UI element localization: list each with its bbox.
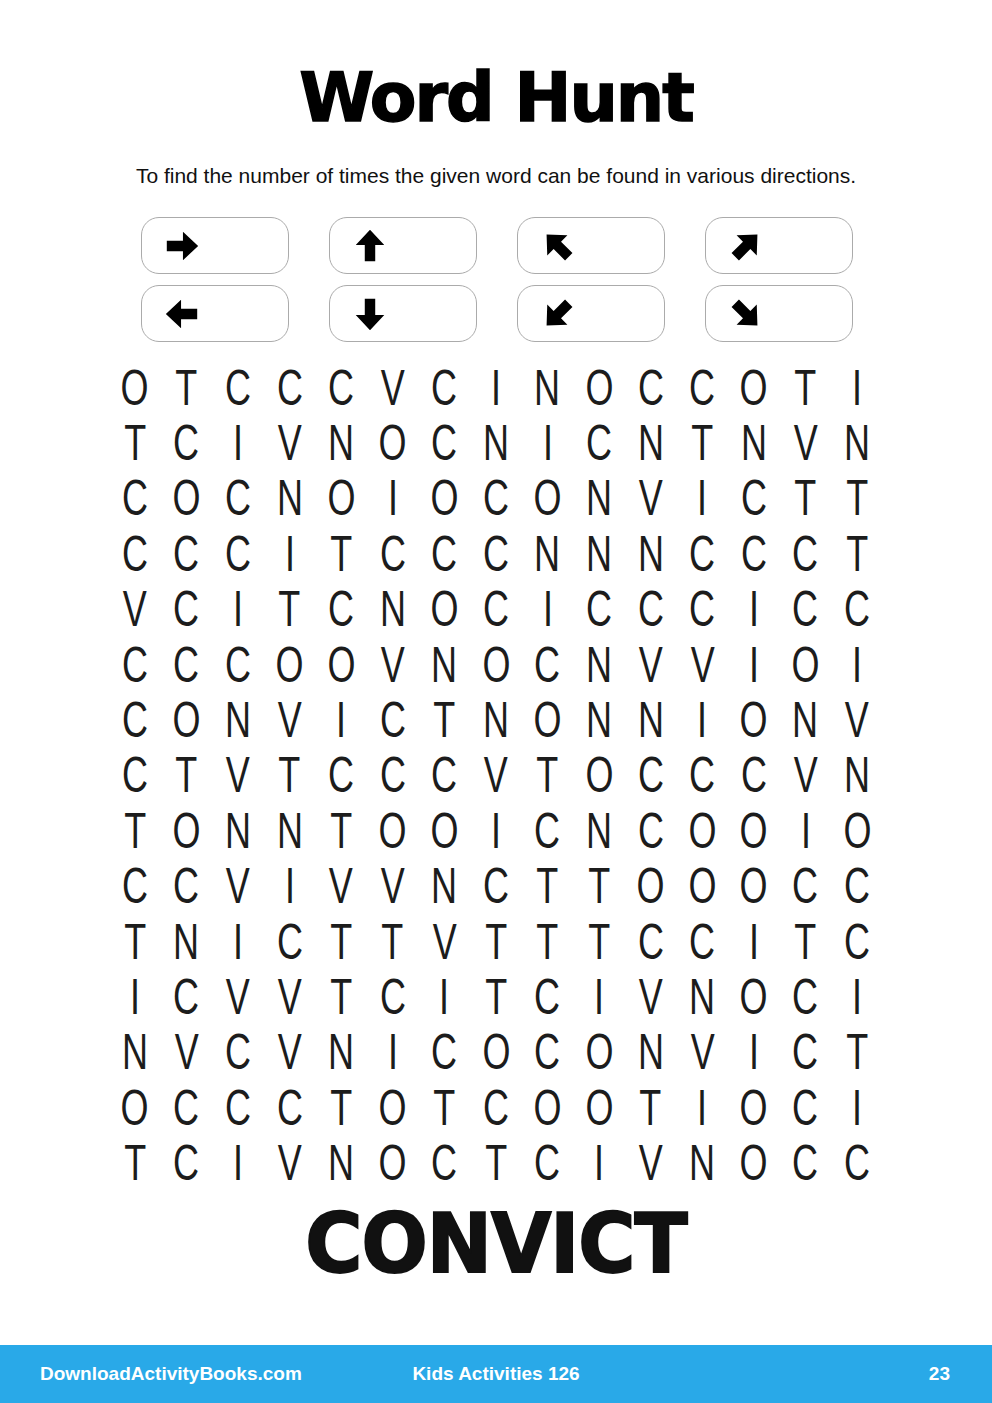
grid-letter: V — [484, 750, 508, 800]
grid-letter: N — [586, 529, 612, 579]
grid-letter: O — [172, 473, 200, 523]
grid-cell-r13c3[interactable]: C — [212, 1025, 264, 1080]
grid-letter: C — [483, 584, 509, 634]
grid-cell-r4c3[interactable]: C — [212, 526, 264, 581]
grid-cell-r2c3[interactable]: I — [212, 415, 264, 470]
grid-cell-r8c11[interactable]: C — [625, 748, 677, 803]
grid-cell-r5c7[interactable]: O — [419, 582, 471, 637]
grid-cell-r4c7[interactable]: C — [419, 526, 471, 581]
grid-cell-r10c3[interactable]: V — [212, 859, 264, 914]
grid-letter: T — [640, 1083, 662, 1133]
grid-letter: C — [380, 529, 406, 579]
grid-letter: O — [379, 1083, 407, 1133]
grid-cell-r6c11[interactable]: V — [625, 637, 677, 692]
grid-cell-r14c3[interactable]: C — [212, 1080, 264, 1135]
grid-cell-r5c6[interactable]: N — [367, 582, 419, 637]
grid-cell-r1c8[interactable]: I — [470, 360, 522, 415]
grid-cell-r12c14[interactable]: C — [780, 969, 832, 1024]
grid-cell-r2c7[interactable]: C — [419, 415, 471, 470]
grid-letter: C — [793, 1027, 819, 1077]
grid-cell-r7c2[interactable]: O — [161, 692, 213, 747]
grid-cell-r6c3[interactable]: C — [212, 637, 264, 692]
grid-cell-r6c12[interactable]: V — [677, 637, 729, 692]
grid-cell-r9c12[interactable]: O — [677, 803, 729, 858]
grid-letter: C — [431, 363, 457, 413]
grid-cell-r14c4[interactable]: C — [264, 1080, 316, 1135]
grid-letter: N — [431, 861, 457, 911]
grid-cell-r12c1[interactable]: I — [109, 969, 161, 1024]
grid-cell-r3c14[interactable]: T — [780, 471, 832, 526]
grid-cell-r3c3[interactable]: C — [212, 471, 264, 526]
grid-cell-r3c10[interactable]: N — [573, 471, 625, 526]
grid-cell-r6c15[interactable]: I — [831, 637, 883, 692]
grid-letter: V — [639, 1138, 663, 1188]
grid-cell-r14c9[interactable]: O — [522, 1080, 574, 1135]
grid-cell-r6c7[interactable]: N — [419, 637, 471, 692]
grid-cell-r9c13[interactable]: O — [728, 803, 780, 858]
grid-cell-r9c4[interactable]: N — [264, 803, 316, 858]
grid-letter: I — [233, 418, 243, 468]
grid-cell-r10c13[interactable]: O — [728, 859, 780, 914]
grid-cell-r4c13[interactable]: C — [728, 526, 780, 581]
grid-cell-r5c3[interactable]: I — [212, 582, 264, 637]
grid-cell-r2c1[interactable]: T — [109, 415, 161, 470]
grid-letter: N — [844, 750, 870, 800]
grid-cell-r7c3[interactable]: N — [212, 692, 264, 747]
grid-cell-r3c6[interactable]: I — [367, 471, 419, 526]
grid-cell-r8c4[interactable]: T — [264, 748, 316, 803]
grid-cell-r13c8[interactable]: O — [470, 1025, 522, 1080]
grid-cell-r1c5[interactable]: C — [315, 360, 367, 415]
grid-cell-r11c3[interactable]: I — [212, 914, 264, 969]
grid-cell-r11c5[interactable]: T — [315, 914, 367, 969]
grid-cell-r4c10[interactable]: N — [573, 526, 625, 581]
grid-letter: C — [431, 750, 457, 800]
grid-cell-r7c9[interactable]: O — [522, 692, 574, 747]
grid-cell-r6c5[interactable]: O — [315, 637, 367, 692]
grid-cell-r11c7[interactable]: V — [419, 914, 471, 969]
grid-cell-r4c8[interactable]: C — [470, 526, 522, 581]
grid-cell-r8c9[interactable]: T — [522, 748, 574, 803]
grid-cell-r13c4[interactable]: V — [264, 1025, 316, 1080]
grid-cell-r3c13[interactable]: C — [728, 471, 780, 526]
grid-cell-r8c15[interactable]: N — [831, 748, 883, 803]
grid-letter: V — [793, 750, 817, 800]
grid-cell-r14c14[interactable]: C — [780, 1080, 832, 1135]
grid-cell-r13c11[interactable]: N — [625, 1025, 677, 1080]
grid-cell-r6c4[interactable]: O — [264, 637, 316, 692]
grid-cell-r10c9[interactable]: T — [522, 859, 574, 914]
grid-cell-r7c11[interactable]: N — [625, 692, 677, 747]
grid-letter: C — [431, 418, 457, 468]
grid-cell-r13c12[interactable]: V — [677, 1025, 729, 1080]
grid-cell-r9c15[interactable]: O — [831, 803, 883, 858]
grid-cell-r11c1[interactable]: T — [109, 914, 161, 969]
grid-letter: I — [852, 640, 862, 690]
grid-cell-r8c5[interactable]: C — [315, 748, 367, 803]
grid-cell-r10c5[interactable]: V — [315, 859, 367, 914]
grid-cell-r4c2[interactable]: C — [161, 526, 213, 581]
grid-cell-r5c9[interactable]: I — [522, 582, 574, 637]
grid-cell-r12c3[interactable]: V — [212, 969, 264, 1024]
grid-cell-r10c4[interactable]: I — [264, 859, 316, 914]
grid-cell-r7c7[interactable]: T — [419, 692, 471, 747]
up-arrow-icon — [351, 227, 389, 265]
grid-cell-r8c10[interactable]: O — [573, 748, 625, 803]
grid-cell-r2c8[interactable]: N — [470, 415, 522, 470]
grid-cell-r2c10[interactable]: C — [573, 415, 625, 470]
grid-cell-r11c13[interactable]: I — [728, 914, 780, 969]
grid-cell-r6c10[interactable]: N — [573, 637, 625, 692]
grid-cell-r11c14[interactable]: T — [780, 914, 832, 969]
grid-cell-r2c2[interactable]: C — [161, 415, 213, 470]
grid-letter: C — [844, 1138, 870, 1188]
grid-letter: C — [535, 806, 561, 856]
grid-cell-r15c14[interactable]: C — [780, 1135, 832, 1190]
grid-cell-r14c2[interactable]: C — [161, 1080, 213, 1135]
grid-cell-r7c15[interactable]: V — [831, 692, 883, 747]
direction-button-down[interactable] — [329, 285, 477, 342]
grid-cell-r2c14[interactable]: V — [780, 415, 832, 470]
grid-cell-r3c1[interactable]: C — [109, 471, 161, 526]
grid-cell-r6c9[interactable]: C — [522, 637, 574, 692]
grid-cell-r11c8[interactable]: T — [470, 914, 522, 969]
grid-cell-r1c10[interactable]: O — [573, 360, 625, 415]
grid-letter: C — [586, 418, 612, 468]
grid-cell-r9c10[interactable]: N — [573, 803, 625, 858]
grid-cell-r4c14[interactable]: C — [780, 526, 832, 581]
grid-letter: C — [535, 640, 561, 690]
grid-cell-r9c8[interactable]: I — [470, 803, 522, 858]
grid-cell-r1c3[interactable]: C — [212, 360, 264, 415]
grid-cell-r1c14[interactable]: T — [780, 360, 832, 415]
direction-button-up-left[interactable] — [517, 217, 665, 274]
grid-cell-r15c2[interactable]: C — [161, 1135, 213, 1190]
grid-cell-r15c11[interactable]: V — [625, 1135, 677, 1190]
grid-cell-r8c14[interactable]: V — [780, 748, 832, 803]
grid-letter: I — [749, 640, 759, 690]
grid-cell-r3c15[interactable]: T — [831, 471, 883, 526]
grid-letter: T — [795, 363, 817, 413]
grid-cell-r11c15[interactable]: C — [831, 914, 883, 969]
grid-cell-r14c8[interactable]: C — [470, 1080, 522, 1135]
grid-cell-r11c2[interactable]: N — [161, 914, 213, 969]
grid-cell-r12c13[interactable]: O — [728, 969, 780, 1024]
grid-cell-r11c6[interactable]: T — [367, 914, 419, 969]
grid-cell-r6c13[interactable]: I — [728, 637, 780, 692]
grid-cell-r15c9[interactable]: C — [522, 1135, 574, 1190]
grid-cell-r2c4[interactable]: V — [264, 415, 316, 470]
grid-cell-r2c6[interactable]: O — [367, 415, 419, 470]
grid-cell-r6c14[interactable]: O — [780, 637, 832, 692]
grid-cell-r13c1[interactable]: N — [109, 1025, 161, 1080]
grid-letter: N — [328, 418, 354, 468]
grid-cell-r7c5[interactable]: I — [315, 692, 367, 747]
grid-cell-r2c9[interactable]: I — [522, 415, 574, 470]
grid-cell-r11c12[interactable]: C — [677, 914, 729, 969]
grid-cell-r13c6[interactable]: I — [367, 1025, 419, 1080]
grid-cell-r5c12[interactable]: C — [677, 582, 729, 637]
page-title: Word Hunt — [0, 58, 992, 137]
grid-cell-r4c6[interactable]: C — [367, 526, 419, 581]
grid-cell-r14c6[interactable]: O — [367, 1080, 419, 1135]
grid-letter: I — [491, 806, 501, 856]
grid-letter: O — [585, 1027, 613, 1077]
grid-cell-r8c3[interactable]: V — [212, 748, 264, 803]
grid-cell-r4c12[interactable]: C — [677, 526, 729, 581]
grid-cell-r1c1[interactable]: O — [109, 360, 161, 415]
grid-cell-r13c5[interactable]: N — [315, 1025, 367, 1080]
grid-cell-r13c14[interactable]: C — [780, 1025, 832, 1080]
grid-cell-r4c11[interactable]: N — [625, 526, 677, 581]
grid-cell-r13c10[interactable]: O — [573, 1025, 625, 1080]
grid-cell-r1c7[interactable]: C — [419, 360, 471, 415]
grid-cell-r3c7[interactable]: O — [419, 471, 471, 526]
grid-cell-r9c9[interactable]: C — [522, 803, 574, 858]
grid-cell-r2c12[interactable]: T — [677, 415, 729, 470]
direction-button-up-right[interactable] — [705, 217, 853, 274]
grid-letter: I — [749, 1027, 759, 1077]
grid-letter: O — [740, 363, 768, 413]
up-left-arrow-icon — [531, 219, 585, 273]
grid-letter: T — [124, 806, 146, 856]
grid-cell-r15c12[interactable]: N — [677, 1135, 729, 1190]
direction-button-down-left[interactable] — [517, 285, 665, 342]
grid-letter: N — [483, 695, 509, 745]
grid-cell-r7c4[interactable]: V — [264, 692, 316, 747]
grid-letter: V — [278, 418, 302, 468]
grid-cell-r8c8[interactable]: V — [470, 748, 522, 803]
grid-cell-r10c12[interactable]: O — [677, 859, 729, 914]
grid-cell-r1c11[interactable]: C — [625, 360, 677, 415]
grid-letter: O — [430, 584, 458, 634]
grid-cell-r9c11[interactable]: C — [625, 803, 677, 858]
grid-letter: T — [485, 1138, 507, 1188]
grid-cell-r15c15[interactable]: C — [831, 1135, 883, 1190]
grid-cell-r9c5[interactable]: T — [315, 803, 367, 858]
grid-cell-r14c13[interactable]: O — [728, 1080, 780, 1135]
grid-cell-r7c13[interactable]: O — [728, 692, 780, 747]
grid-cell-r13c2[interactable]: V — [161, 1025, 213, 1080]
grid-cell-r10c6[interactable]: V — [367, 859, 419, 914]
grid-cell-r9c1[interactable]: T — [109, 803, 161, 858]
grid-letter: C — [122, 640, 148, 690]
grid-cell-r12c4[interactable]: V — [264, 969, 316, 1024]
grid-cell-r3c12[interactable]: I — [677, 471, 729, 526]
grid-cell-r15c4[interactable]: V — [264, 1135, 316, 1190]
grid-cell-r14c10[interactable]: O — [573, 1080, 625, 1135]
grid-letter: N — [844, 418, 870, 468]
grid-cell-r14c11[interactable]: T — [625, 1080, 677, 1135]
grid-letter: V — [381, 861, 405, 911]
grid-cell-r12c7[interactable]: I — [419, 969, 471, 1024]
grid-cell-r5c15[interactable]: C — [831, 582, 883, 637]
grid-cell-r1c2[interactable]: T — [161, 360, 213, 415]
grid-cell-r4c4[interactable]: I — [264, 526, 316, 581]
grid-cell-r14c5[interactable]: T — [315, 1080, 367, 1135]
grid-cell-r13c15[interactable]: T — [831, 1025, 883, 1080]
grid-cell-r5c1[interactable]: V — [109, 582, 161, 637]
grid-cell-r8c6[interactable]: C — [367, 748, 419, 803]
grid-cell-r7c10[interactable]: N — [573, 692, 625, 747]
direction-button-up[interactable] — [329, 217, 477, 274]
grid-cell-r12c5[interactable]: T — [315, 969, 367, 1024]
grid-cell-r1c9[interactable]: N — [522, 360, 574, 415]
grid-letter: C — [535, 1138, 561, 1188]
grid-cell-r4c15[interactable]: T — [831, 526, 883, 581]
grid-cell-r10c11[interactable]: O — [625, 859, 677, 914]
grid-cell-r14c12[interactable]: I — [677, 1080, 729, 1135]
grid-cell-r10c8[interactable]: C — [470, 859, 522, 914]
grid-cell-r5c4[interactable]: T — [264, 582, 316, 637]
grid-letter: T — [330, 972, 352, 1022]
grid-cell-r11c4[interactable]: C — [264, 914, 316, 969]
grid-cell-r3c9[interactable]: O — [522, 471, 574, 526]
grid-cell-r8c7[interactable]: C — [419, 748, 471, 803]
grid-cell-r8c12[interactable]: C — [677, 748, 729, 803]
grid-cell-r5c10[interactable]: C — [573, 582, 625, 637]
grid-cell-r8c1[interactable]: C — [109, 748, 161, 803]
grid-letter: V — [432, 917, 456, 967]
grid-cell-r6c6[interactable]: V — [367, 637, 419, 692]
grid-letter: T — [175, 363, 197, 413]
grid-cell-r10c15[interactable]: C — [831, 859, 883, 914]
grid-letter: I — [285, 529, 295, 579]
grid-letter: T — [433, 695, 455, 745]
grid-cell-r3c2[interactable]: O — [161, 471, 213, 526]
grid-cell-r15c6[interactable]: O — [367, 1135, 419, 1190]
grid-cell-r12c2[interactable]: C — [161, 969, 213, 1024]
grid-cell-r8c13[interactable]: C — [728, 748, 780, 803]
grid-cell-r14c7[interactable]: T — [419, 1080, 471, 1135]
grid-cell-r3c11[interactable]: V — [625, 471, 677, 526]
grid-cell-r7c1[interactable]: C — [109, 692, 161, 747]
grid-cell-r5c5[interactable]: C — [315, 582, 367, 637]
grid-cell-r12c15[interactable]: I — [831, 969, 883, 1024]
grid-cell-r4c1[interactable]: C — [109, 526, 161, 581]
grid-cell-r5c13[interactable]: I — [728, 582, 780, 637]
grid-letter: C — [173, 640, 199, 690]
grid-letter: O — [740, 1138, 768, 1188]
grid-cell-r5c2[interactable]: C — [161, 582, 213, 637]
grid-cell-r13c13[interactable]: I — [728, 1025, 780, 1080]
grid-cell-r12c6[interactable]: C — [367, 969, 419, 1024]
grid-cell-r2c5[interactable]: N — [315, 415, 367, 470]
grid-cell-r1c4[interactable]: C — [264, 360, 316, 415]
grid-cell-r3c5[interactable]: O — [315, 471, 367, 526]
grid-cell-r15c10[interactable]: I — [573, 1135, 625, 1190]
grid-cell-r14c1[interactable]: O — [109, 1080, 161, 1135]
grid-cell-r4c5[interactable]: T — [315, 526, 367, 581]
grid-cell-r12c11[interactable]: V — [625, 969, 677, 1024]
grid-letter: I — [594, 972, 604, 1022]
grid-letter: C — [225, 640, 251, 690]
grid-letter: C — [173, 1138, 199, 1188]
grid-cell-r12c10[interactable]: I — [573, 969, 625, 1024]
grid-cell-r7c12[interactable]: I — [677, 692, 729, 747]
grid-cell-r10c10[interactable]: T — [573, 859, 625, 914]
grid-cell-r2c15[interactable]: N — [831, 415, 883, 470]
grid-cell-r2c11[interactable]: N — [625, 415, 677, 470]
grid-cell-r5c11[interactable]: C — [625, 582, 677, 637]
grid-cell-r15c1[interactable]: T — [109, 1135, 161, 1190]
grid-letter: O — [585, 750, 613, 800]
grid-letter: T — [330, 806, 352, 856]
grid-cell-r1c15[interactable]: I — [831, 360, 883, 415]
grid-cell-r8c2[interactable]: T — [161, 748, 213, 803]
down-arrow-icon — [351, 295, 389, 333]
grid-cell-r12c9[interactable]: C — [522, 969, 574, 1024]
grid-letter: T — [124, 418, 146, 468]
grid-cell-r7c6[interactable]: C — [367, 692, 419, 747]
grid-cell-r6c2[interactable]: C — [161, 637, 213, 692]
grid-cell-r3c4[interactable]: N — [264, 471, 316, 526]
grid-cell-r14c15[interactable]: I — [831, 1080, 883, 1135]
grid-cell-r10c2[interactable]: C — [161, 859, 213, 914]
grid-cell-r10c1[interactable]: C — [109, 859, 161, 914]
grid-cell-r2c13[interactable]: N — [728, 415, 780, 470]
grid-cell-r5c8[interactable]: C — [470, 582, 522, 637]
footer-site-text: DownloadActivityBooks.com — [40, 1363, 302, 1385]
grid-cell-r9c3[interactable]: N — [212, 803, 264, 858]
grid-letter: O — [276, 640, 304, 690]
grid-cell-r15c5[interactable]: N — [315, 1135, 367, 1190]
grid-cell-r9c2[interactable]: O — [161, 803, 213, 858]
grid-cell-r13c9[interactable]: C — [522, 1025, 574, 1080]
grid-letter: V — [793, 418, 817, 468]
grid-cell-r12c12[interactable]: N — [677, 969, 729, 1024]
grid-letter: C — [225, 473, 251, 523]
grid-cell-r3c8[interactable]: C — [470, 471, 522, 526]
grid-cell-r10c7[interactable]: N — [419, 859, 471, 914]
grid-cell-r1c13[interactable]: O — [728, 360, 780, 415]
grid-cell-r11c10[interactable]: T — [573, 914, 625, 969]
direction-button-down-right[interactable] — [705, 285, 853, 342]
grid-cell-r15c8[interactable]: T — [470, 1135, 522, 1190]
grid-cell-r4c9[interactable]: N — [522, 526, 574, 581]
grid-letter: T — [537, 917, 559, 967]
grid-letter: N — [535, 363, 561, 413]
grid-letter: O — [121, 1083, 149, 1133]
grid-letter: O — [740, 806, 768, 856]
grid-cell-r10c14[interactable]: C — [780, 859, 832, 914]
grid-cell-r15c7[interactable]: C — [419, 1135, 471, 1190]
grid-cell-r15c13[interactable]: O — [728, 1135, 780, 1190]
grid-cell-r9c7[interactable]: O — [419, 803, 471, 858]
grid-cell-r1c12[interactable]: C — [677, 360, 729, 415]
grid-cell-r11c11[interactable]: C — [625, 914, 677, 969]
grid-cell-r7c14[interactable]: N — [780, 692, 832, 747]
grid-cell-r5c14[interactable]: C — [780, 582, 832, 637]
grid-cell-r11c9[interactable]: T — [522, 914, 574, 969]
grid-cell-r12c8[interactable]: T — [470, 969, 522, 1024]
grid-cell-r6c1[interactable]: C — [109, 637, 161, 692]
grid-cell-r7c8[interactable]: N — [470, 692, 522, 747]
direction-button-left[interactable] — [141, 285, 289, 342]
grid-cell-r15c3[interactable]: I — [212, 1135, 264, 1190]
grid-letter: N — [277, 806, 303, 856]
grid-cell-r6c8[interactable]: O — [470, 637, 522, 692]
direction-button-right[interactable] — [141, 217, 289, 274]
grid-letter: I — [852, 363, 862, 413]
grid-cell-r9c6[interactable]: O — [367, 803, 419, 858]
grid-letter: T — [330, 917, 352, 967]
grid-cell-r9c14[interactable]: I — [780, 803, 832, 858]
grid-cell-r1c6[interactable]: V — [367, 360, 419, 415]
grid-letter: O — [534, 1083, 562, 1133]
grid-cell-r13c7[interactable]: C — [419, 1025, 471, 1080]
grid-letter: C — [844, 861, 870, 911]
